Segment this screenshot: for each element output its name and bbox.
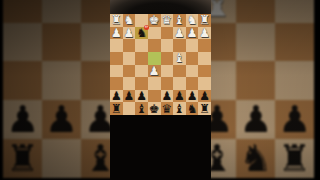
white-pawn-piece[interactable]: ♟ — [148, 65, 161, 78]
black-pawn-piece[interactable]: ♟ — [186, 90, 199, 103]
black-pawn-piece[interactable]: ♟ — [161, 90, 174, 103]
square-c3[interactable] — [173, 39, 186, 52]
square-d4[interactable] — [161, 52, 174, 65]
blunder-badge-icon: ?? — [144, 25, 149, 30]
square-b7[interactable]: ♟ — [186, 90, 199, 103]
square-h2[interactable]: ♟ — [110, 27, 123, 40]
square-d6[interactable] — [161, 77, 174, 90]
black-pawn-piece[interactable]: ♟ — [123, 90, 136, 103]
square-g6[interactable] — [123, 77, 136, 90]
black-pawn-piece[interactable]: ♟ — [198, 90, 211, 103]
white-rook-piece[interactable]: ♜ — [198, 14, 211, 27]
square-e5[interactable]: ♟ — [148, 65, 161, 78]
square-h5[interactable] — [110, 65, 123, 78]
square-c1[interactable]: ♝ — [173, 14, 186, 27]
square-e2[interactable] — [148, 27, 161, 40]
square-f7[interactable]: ♟ — [135, 90, 148, 103]
square-e3[interactable] — [148, 39, 161, 52]
video-frame: ♜♞♚♛♝♞♜♟♟♞♟♟♟♝♟♟♟♟♟♟♟♟♜♝♚♛♝♞♜ ♜♞♚♛♝♞♜♟♟♞… — [0, 0, 320, 180]
square-g3[interactable] — [123, 39, 136, 52]
square-f6[interactable] — [135, 77, 148, 90]
black-queen-piece[interactable]: ♛ — [161, 102, 174, 115]
square-e8[interactable]: ♚ — [148, 102, 161, 115]
square-a8[interactable]: ♜ — [198, 102, 211, 115]
square-f2[interactable]: ♞?? — [135, 27, 148, 40]
square-a3[interactable] — [198, 39, 211, 52]
square-b6[interactable] — [186, 77, 199, 90]
black-knight-piece[interactable]: ♞ — [186, 102, 199, 115]
square-a2[interactable]: ♟ — [198, 27, 211, 40]
square-e4[interactable] — [148, 52, 161, 65]
square-e6[interactable] — [148, 77, 161, 90]
square-f4[interactable] — [135, 52, 148, 65]
white-queen-piece[interactable]: ♛ — [161, 14, 174, 27]
square-g7[interactable]: ♟ — [123, 90, 136, 103]
square-d5[interactable] — [161, 65, 174, 78]
square-h4[interactable] — [110, 52, 123, 65]
phone-top-bar — [110, 0, 211, 14]
square-b2[interactable]: ♟ — [186, 27, 199, 40]
white-king-piece[interactable]: ♚ — [148, 14, 161, 27]
square-g5[interactable] — [123, 65, 136, 78]
white-pawn-piece[interactable]: ♟ — [198, 27, 211, 40]
black-bishop-piece[interactable]: ♝ — [173, 102, 186, 115]
black-king-piece[interactable]: ♚ — [148, 102, 161, 115]
phone-bottom-area — [110, 115, 211, 180]
square-h3[interactable] — [110, 39, 123, 52]
square-c8[interactable]: ♝ — [173, 102, 186, 115]
square-c4[interactable]: ♝ — [173, 52, 186, 65]
square-e7[interactable] — [148, 90, 161, 103]
square-a4[interactable] — [198, 52, 211, 65]
square-d3[interactable] — [161, 39, 174, 52]
white-pawn-piece[interactable]: ♟ — [186, 27, 199, 40]
square-a7[interactable]: ♟ — [198, 90, 211, 103]
square-a6[interactable] — [198, 77, 211, 90]
square-h6[interactable] — [110, 77, 123, 90]
square-h1[interactable]: ♜ — [110, 14, 123, 27]
black-pawn-piece[interactable]: ♟ — [173, 90, 186, 103]
square-g8[interactable] — [123, 102, 136, 115]
square-d7[interactable]: ♟ — [161, 90, 174, 103]
black-rook-piece[interactable]: ♜ — [110, 102, 123, 115]
white-pawn-piece[interactable]: ♟ — [123, 27, 136, 40]
square-b8[interactable]: ♞ — [186, 102, 199, 115]
square-g1[interactable]: ♞ — [123, 14, 136, 27]
square-f5[interactable] — [135, 65, 148, 78]
white-bishop-piece[interactable]: ♝ — [173, 52, 186, 65]
white-rook-piece[interactable]: ♜ — [110, 14, 123, 27]
square-a5[interactable] — [198, 65, 211, 78]
square-f8[interactable]: ♝ — [135, 102, 148, 115]
white-knight-piece[interactable]: ♞ — [123, 14, 136, 27]
square-b3[interactable] — [186, 39, 199, 52]
black-pawn-piece[interactable]: ♟ — [110, 90, 123, 103]
square-d1[interactable]: ♛ — [161, 14, 174, 27]
black-bishop-piece[interactable]: ♝ — [135, 102, 148, 115]
black-rook-piece[interactable]: ♜ — [198, 102, 211, 115]
square-g2[interactable]: ♟ — [123, 27, 136, 40]
white-pawn-piece[interactable]: ♟ — [110, 27, 123, 40]
square-f3[interactable] — [135, 39, 148, 52]
white-knight-piece[interactable]: ♞ — [186, 14, 199, 27]
phone-screenshot: ♜♞♚♛♝♞♜♟♟♞??♟♟♟♝♟♟♟♟♟♟♟♟♜♝♚♛♝♞♜ — [110, 0, 211, 180]
square-b5[interactable] — [186, 65, 199, 78]
square-c2[interactable]: ♟ — [173, 27, 186, 40]
square-a1[interactable]: ♜ — [198, 14, 211, 27]
black-pawn-piece[interactable]: ♟ — [135, 90, 148, 103]
white-bishop-piece[interactable]: ♝ — [173, 14, 186, 27]
square-c6[interactable] — [173, 77, 186, 90]
square-g4[interactable] — [123, 52, 136, 65]
square-b1[interactable]: ♞ — [186, 14, 199, 27]
square-e1[interactable]: ♚ — [148, 14, 161, 27]
square-d2[interactable] — [161, 27, 174, 40]
white-pawn-piece[interactable]: ♟ — [173, 27, 186, 40]
square-h7[interactable]: ♟ — [110, 90, 123, 103]
square-b4[interactable] — [186, 52, 199, 65]
square-c5[interactable] — [173, 65, 186, 78]
square-h8[interactable]: ♜ — [110, 102, 123, 115]
square-d8[interactable]: ♛ — [161, 102, 174, 115]
chess-board: ♜♞♚♛♝♞♜♟♟♞??♟♟♟♝♟♟♟♟♟♟♟♟♜♝♚♛♝♞♜ — [110, 14, 211, 115]
square-c7[interactable]: ♟ — [173, 90, 186, 103]
